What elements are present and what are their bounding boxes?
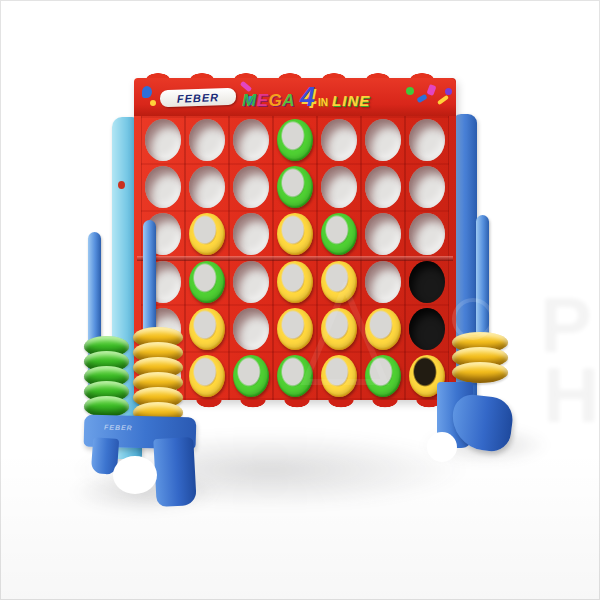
board-cell bbox=[185, 305, 229, 352]
yellow-disc bbox=[321, 355, 357, 397]
board-cell bbox=[273, 163, 317, 210]
empty-hole bbox=[321, 119, 357, 161]
empty-hole bbox=[233, 213, 269, 255]
yellow-disc bbox=[189, 308, 225, 350]
board-cell bbox=[273, 258, 317, 305]
board-cell bbox=[141, 163, 185, 210]
empty-hole bbox=[233, 166, 269, 208]
empty-hole bbox=[321, 166, 357, 208]
board-cell bbox=[317, 305, 361, 352]
board-cell bbox=[361, 116, 405, 163]
green-disc bbox=[189, 261, 225, 303]
board-cell bbox=[317, 211, 361, 258]
empty-hole-dark bbox=[409, 308, 445, 350]
confetti-piece bbox=[150, 100, 156, 106]
empty-hole bbox=[233, 308, 269, 350]
product-title: MEGA 4 IN LINE bbox=[242, 82, 370, 113]
title-four: 4 bbox=[300, 82, 315, 113]
board-cell bbox=[229, 258, 273, 305]
yellow-disc bbox=[321, 261, 357, 303]
board-header: FEBER MEGA 4 IN LINE bbox=[134, 78, 456, 116]
board-cell bbox=[405, 116, 449, 163]
empty-hole bbox=[233, 261, 269, 303]
board-cell bbox=[185, 258, 229, 305]
board-cell bbox=[405, 305, 449, 352]
board-cell bbox=[317, 258, 361, 305]
confetti-piece bbox=[416, 94, 427, 103]
confetti-piece bbox=[437, 95, 449, 105]
green-disc bbox=[277, 119, 313, 161]
empty-hole bbox=[189, 119, 225, 161]
green-disc bbox=[321, 213, 357, 255]
empty-hole bbox=[365, 213, 401, 255]
board-cell bbox=[317, 163, 361, 210]
board-cell bbox=[229, 211, 273, 258]
board-cell bbox=[185, 163, 229, 210]
yellow-disc bbox=[365, 308, 401, 350]
empty-hole bbox=[365, 119, 401, 161]
yellow-ring bbox=[452, 362, 508, 383]
board-cell bbox=[361, 353, 405, 400]
board-cell bbox=[229, 163, 273, 210]
right-leg-arch bbox=[427, 432, 457, 462]
board-cell bbox=[273, 116, 317, 163]
board-half-seam bbox=[137, 256, 453, 261]
board-cell bbox=[405, 211, 449, 258]
wavy-bottom-edge bbox=[136, 400, 454, 414]
watermark-letter: H bbox=[543, 360, 599, 430]
board-cell bbox=[405, 258, 449, 305]
empty-hole bbox=[145, 119, 181, 161]
board-cell bbox=[229, 305, 273, 352]
empty-hole bbox=[409, 166, 445, 208]
product-photo: FEBER MEGA 4 IN LINE FEBE bbox=[0, 0, 600, 600]
board-cell bbox=[273, 305, 317, 352]
yellow-disc bbox=[321, 308, 357, 350]
confetti-piece bbox=[406, 87, 414, 95]
screw-dot bbox=[118, 181, 125, 189]
board-cell bbox=[317, 116, 361, 163]
left-leg-rear-foot bbox=[153, 437, 197, 507]
green-ring-stack bbox=[84, 336, 129, 417]
board-cell bbox=[229, 353, 273, 400]
board-cell bbox=[405, 163, 449, 210]
left-leg-arch bbox=[113, 456, 157, 494]
board-cell bbox=[361, 258, 405, 305]
green-disc bbox=[365, 355, 401, 397]
yellow-disc bbox=[189, 355, 225, 397]
empty-hole bbox=[189, 166, 225, 208]
board-cell bbox=[273, 211, 317, 258]
empty-hole bbox=[365, 261, 401, 303]
confetti-piece bbox=[445, 88, 452, 95]
board-cell bbox=[317, 353, 361, 400]
title-in: IN bbox=[318, 97, 328, 108]
title-line: LINE bbox=[332, 92, 370, 109]
board-cell bbox=[273, 353, 317, 400]
board-cell bbox=[185, 211, 229, 258]
right-ring-post bbox=[476, 215, 489, 350]
watermark-letter: P bbox=[540, 290, 592, 360]
confetti-piece bbox=[427, 84, 437, 96]
green-disc bbox=[233, 355, 269, 397]
brand-text: FEBER bbox=[177, 91, 220, 104]
brand-logo: FEBER bbox=[160, 88, 237, 108]
board-cell bbox=[229, 116, 273, 163]
yellow-disc bbox=[277, 261, 313, 303]
empty-hole bbox=[365, 166, 401, 208]
title-mega: MEGA bbox=[242, 91, 295, 111]
board-cell bbox=[361, 305, 405, 352]
green-disc bbox=[277, 355, 313, 397]
empty-hole bbox=[233, 119, 269, 161]
yellow-disc bbox=[189, 213, 225, 255]
empty-hole bbox=[145, 166, 181, 208]
empty-hole-dark bbox=[409, 261, 445, 303]
leg-brand-emboss: FEBER bbox=[104, 424, 133, 432]
green-disc bbox=[277, 166, 313, 208]
yellow-disc bbox=[277, 308, 313, 350]
yellow-disc bbox=[277, 213, 313, 255]
empty-hole bbox=[409, 119, 445, 161]
board-cell bbox=[361, 163, 405, 210]
right-yellow-ring-stack bbox=[452, 332, 508, 383]
confetti-piece bbox=[142, 86, 152, 98]
empty-hole bbox=[409, 213, 445, 255]
board-cell bbox=[361, 211, 405, 258]
board-cell bbox=[185, 116, 229, 163]
board-cell bbox=[185, 353, 229, 400]
board-cell bbox=[141, 116, 185, 163]
